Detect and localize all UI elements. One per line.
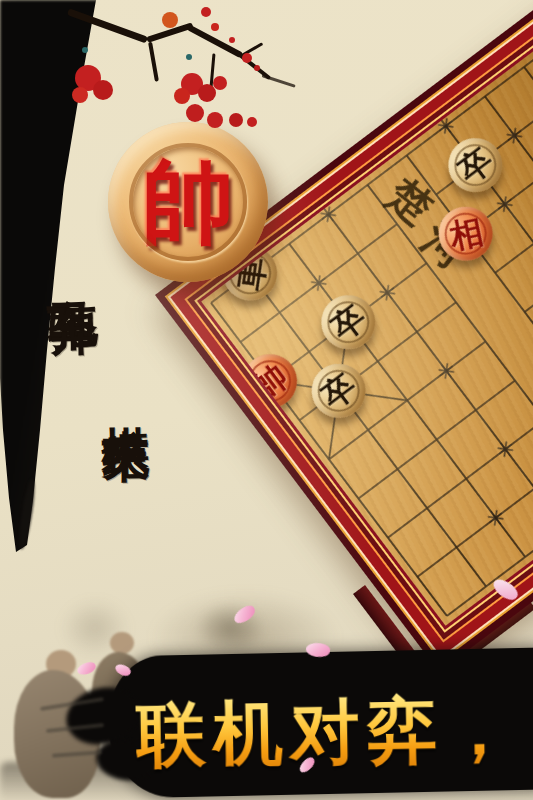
calligraphy-column-2: 棋术绝天下 (94, 387, 157, 408)
splash-screen: 楚 河 帥 車 卒 卒 相 卒 (0, 0, 533, 800)
elder2-head (110, 632, 134, 654)
calligraphy-column-1: 车驰马奔 (38, 257, 105, 271)
teal-dot (186, 54, 192, 60)
general-glyph: 帥 (142, 156, 234, 248)
xiangqi-board: 楚 河 帥 車 卒 卒 相 卒 (155, 0, 533, 672)
teal-dot (82, 47, 88, 53)
banner-title: 联机对弈， (135, 683, 522, 784)
plum-twig (148, 42, 159, 82)
big-general-piece: 帥 (108, 122, 268, 282)
